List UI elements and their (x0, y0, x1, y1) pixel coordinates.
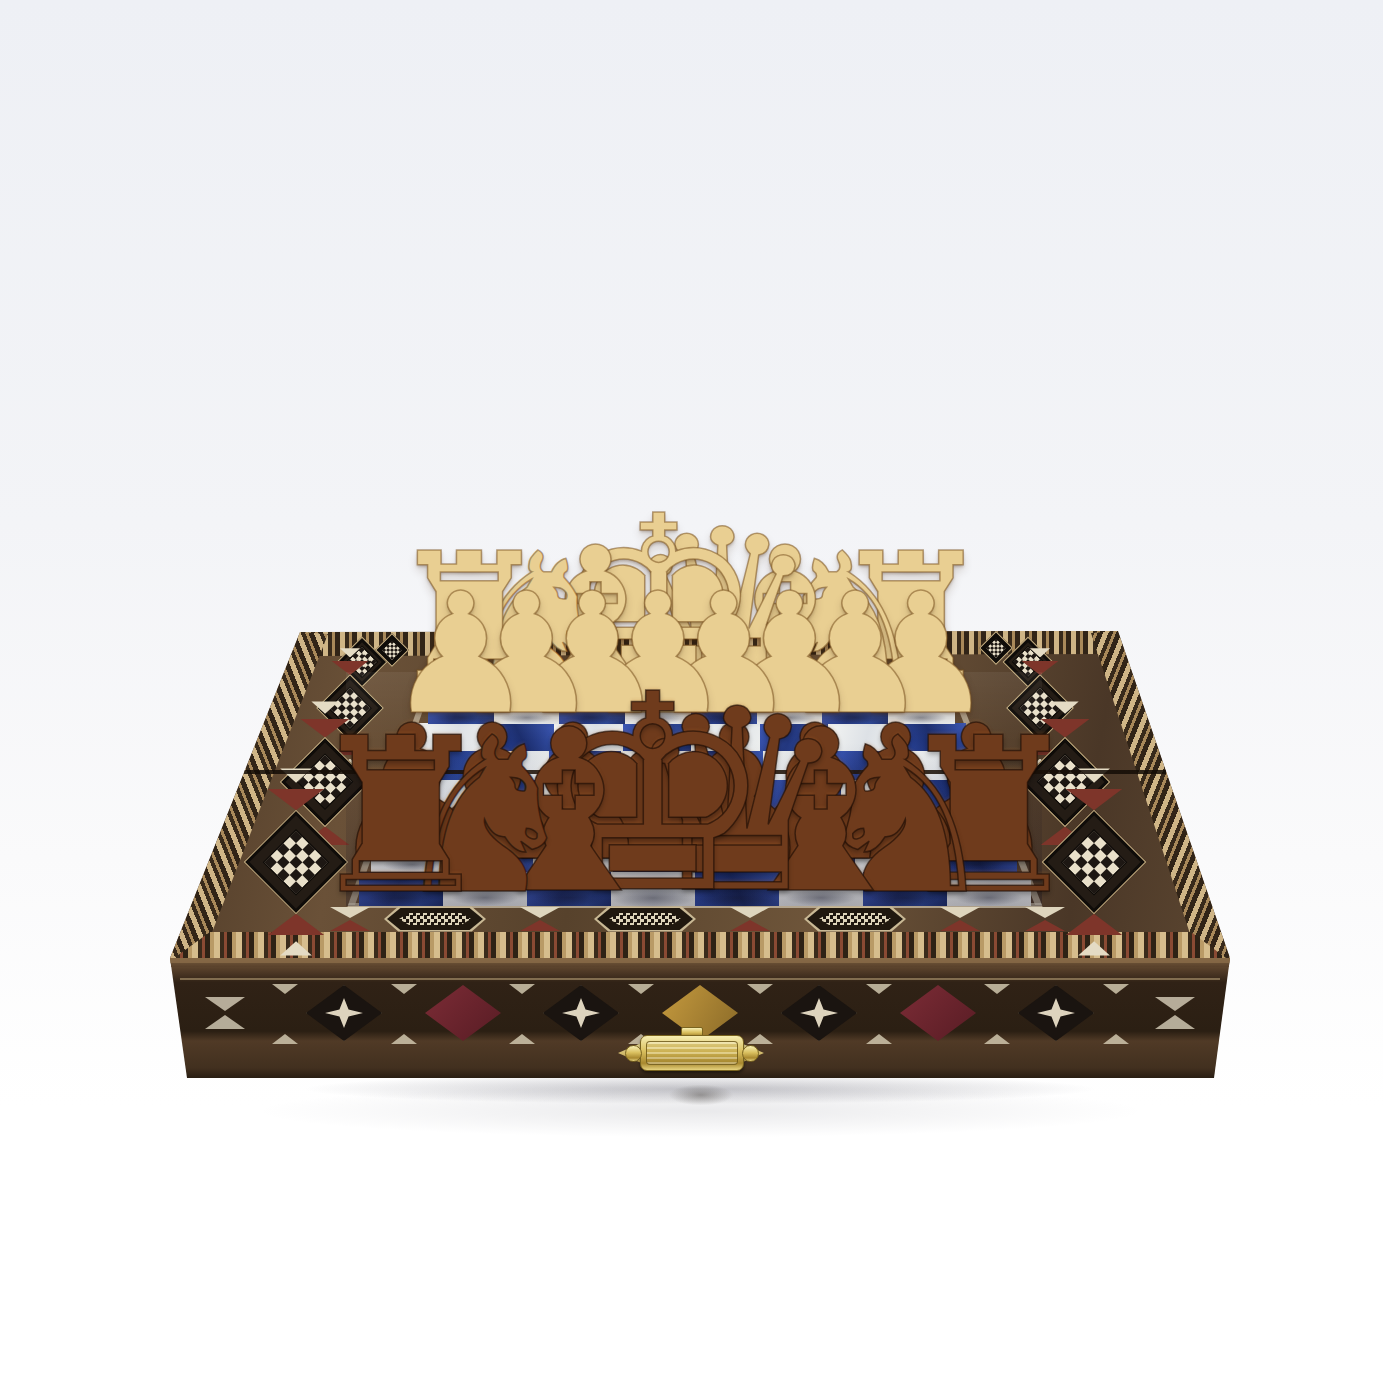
pieces-layer: ♜♞♝♛♚♝♞♜♟♟♟♟♟♟♟♟♟♟♟♟♟♟♟♟♜♞♝♛♚♝♞♜ (0, 0, 1383, 1383)
product-photo-scene: ♜♞♝♛♚♝♞♜♟♟♟♟♟♟♟♟♟♟♟♟♟♟♟♟♜♞♝♛♚♝♞♜ (0, 0, 1383, 1383)
piece-black-rook: ♜ (304, 708, 497, 923)
